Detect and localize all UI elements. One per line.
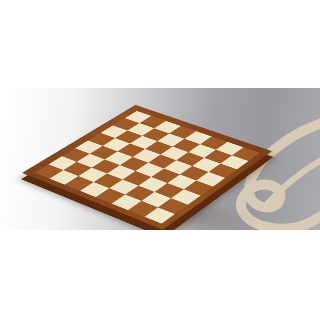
white-pawn-glyph: ♟	[223, 140, 244, 163]
square-b4	[180, 166, 209, 180]
square-a5	[184, 180, 213, 195]
square-b3	[192, 158, 220, 172]
square-a4	[196, 172, 225, 187]
square-c4	[164, 160, 192, 174]
square-a3	[208, 164, 236, 178]
product-photo[interactable]: ♜♞♝♚♛♝♞♜♟♟♟♟♟♟♟♟♟♟♟♟♟♟♟♟♜♞♝♚♛♝♞♜	[0, 88, 320, 230]
black-rook-glyph: ♜	[146, 188, 171, 216]
